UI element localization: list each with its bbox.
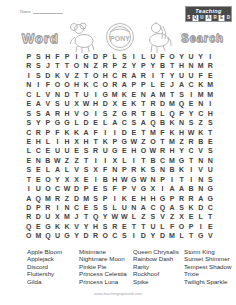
grid-cell[interactable]: D <box>91 52 101 61</box>
grid-cell[interactable]: H <box>91 99 101 108</box>
grid-cell[interactable]: Q <box>43 231 53 240</box>
grid-cell[interactable]: S <box>24 165 34 174</box>
grid-cell[interactable]: S <box>205 118 215 127</box>
grid-cell[interactable]: P <box>129 80 139 89</box>
grid-cell[interactable]: H <box>34 137 44 146</box>
grid-cell[interactable]: M <box>62 212 72 221</box>
grid-cell[interactable]: Y <box>186 109 196 118</box>
grid-cell[interactable]: P <box>177 109 187 118</box>
grid-cell[interactable]: G <box>205 194 215 203</box>
grid-cell[interactable]: L <box>43 137 53 146</box>
grid-cell[interactable]: E <box>34 175 44 184</box>
grid-cell[interactable]: T <box>158 137 168 146</box>
grid-cell[interactable]: K <box>72 128 82 137</box>
grid-cell[interactable]: M <box>167 137 177 146</box>
grid-cell[interactable]: E <box>158 80 168 89</box>
grid-cell[interactable]: X <box>62 175 72 184</box>
grid-cell[interactable]: E <box>120 99 130 108</box>
grid-cell[interactable]: Y <box>100 212 110 221</box>
grid-cell[interactable]: Y <box>34 118 44 127</box>
grid-cell[interactable]: S <box>129 118 139 127</box>
grid-cell[interactable]: F <box>110 184 120 193</box>
grid-cell[interactable]: A <box>167 184 177 193</box>
grid-cell[interactable]: I <box>91 156 101 165</box>
grid-cell[interactable]: E <box>186 99 196 108</box>
grid-cell[interactable]: K <box>167 118 177 127</box>
grid-cell[interactable]: G <box>100 90 110 99</box>
grid-cell[interactable]: T <box>186 231 196 240</box>
grid-cell[interactable]: M <box>196 90 206 99</box>
grid-cell[interactable]: P <box>34 203 44 212</box>
grid-cell[interactable]: D <box>158 99 168 108</box>
grid-cell[interactable]: G <box>62 118 72 127</box>
grid-cell[interactable]: H <box>177 61 187 70</box>
grid-cell[interactable]: O <box>62 80 72 89</box>
grid-cell[interactable]: L <box>43 165 53 174</box>
grid-cell[interactable]: P <box>110 137 120 146</box>
grid-cell[interactable]: H <box>205 109 215 118</box>
grid-cell[interactable]: L <box>129 212 139 221</box>
grid-cell[interactable]: P <box>81 184 91 193</box>
grid-cell[interactable]: K <box>129 99 139 108</box>
grid-cell[interactable]: E <box>205 71 215 80</box>
grid-cell[interactable]: Q <box>177 99 187 108</box>
grid-cell[interactable]: A <box>177 184 187 193</box>
grid-cell[interactable]: R <box>43 203 53 212</box>
grid-cell[interactable]: Y <box>129 61 139 70</box>
grid-cell[interactable]: S <box>91 203 101 212</box>
grid-cell[interactable]: U <box>186 52 196 61</box>
grid-cell[interactable]: C <box>34 146 44 155</box>
grid-cell[interactable]: J <box>43 61 53 70</box>
grid-cell[interactable]: M <box>167 99 177 108</box>
grid-cell[interactable]: T <box>205 212 215 221</box>
grid-cell[interactable]: C <box>158 156 168 165</box>
grid-cell[interactable]: O <box>72 61 82 70</box>
grid-cell[interactable]: Y <box>177 146 187 155</box>
grid-cell[interactable]: H <box>62 109 72 118</box>
grid-cell[interactable]: N <box>196 99 206 108</box>
grid-cell[interactable]: P <box>139 61 149 70</box>
grid-cell[interactable]: Q <box>167 109 177 118</box>
grid-cell[interactable]: M <box>81 194 91 203</box>
grid-cell[interactable]: S <box>34 52 44 61</box>
grid-cell[interactable]: B <box>148 156 158 165</box>
grid-cell[interactable]: C <box>120 118 130 127</box>
grid-cell[interactable]: O <box>24 231 34 240</box>
grid-cell[interactable]: M <box>43 194 53 203</box>
grid-cell[interactable]: N <box>196 184 206 193</box>
grid-cell[interactable]: S <box>34 71 44 80</box>
grid-cell[interactable]: U <box>205 165 215 174</box>
grid-cell[interactable]: Q <box>34 194 44 203</box>
grid-cell[interactable]: S <box>100 109 110 118</box>
grid-cell[interactable]: W <box>148 146 158 155</box>
grid-cell[interactable]: A <box>34 99 44 108</box>
grid-cell[interactable]: T <box>167 61 177 70</box>
grid-cell[interactable]: L <box>34 90 44 99</box>
grid-cell[interactable]: V <box>72 222 82 231</box>
grid-cell[interactable]: G <box>43 222 53 231</box>
grid-cell[interactable]: G <box>139 184 149 193</box>
grid-cell[interactable]: S <box>24 109 34 118</box>
grid-cell[interactable]: U <box>53 146 63 155</box>
grid-cell[interactable]: T <box>81 71 91 80</box>
grid-cell[interactable]: C <box>186 146 196 155</box>
grid-cell[interactable]: R <box>186 137 196 146</box>
grid-cell[interactable]: F <box>196 71 206 80</box>
grid-cell[interactable]: O <box>81 109 91 118</box>
grid-cell[interactable]: B <box>186 184 196 193</box>
grid-cell[interactable]: C <box>24 90 34 99</box>
grid-cell[interactable]: K <box>81 80 91 89</box>
grid-cell[interactable]: P <box>100 194 110 203</box>
grid-cell[interactable]: R <box>158 146 168 155</box>
grid-cell[interactable]: M <box>110 90 120 99</box>
grid-cell[interactable]: R <box>186 194 196 203</box>
grid-cell[interactable]: W <box>120 212 130 221</box>
grid-cell[interactable]: U <box>62 146 72 155</box>
grid-cell[interactable]: F <box>158 128 168 137</box>
grid-cell[interactable]: N <box>34 156 44 165</box>
grid-cell[interactable]: I <box>186 175 196 184</box>
grid-cell[interactable]: U <box>34 184 44 193</box>
grid-cell[interactable]: F <box>158 52 168 61</box>
grid-cell[interactable]: P <box>24 52 34 61</box>
grid-cell[interactable]: I <box>53 203 63 212</box>
grid-cell[interactable]: F <box>91 128 101 137</box>
grid-cell[interactable]: T <box>81 212 91 221</box>
grid-cell[interactable]: K <box>139 165 149 174</box>
grid-cell[interactable]: E <box>91 184 101 193</box>
grid-cell[interactable]: V <box>205 231 215 240</box>
grid-cell[interactable]: M <box>205 90 215 99</box>
grid-cell[interactable]: D <box>43 71 53 80</box>
grid-cell[interactable]: I <box>53 137 63 146</box>
grid-cell[interactable]: N <box>196 175 206 184</box>
grid-cell[interactable]: V <box>72 165 82 174</box>
grid-cell[interactable]: H <box>100 71 110 80</box>
grid-cell[interactable]: Y <box>81 222 91 231</box>
grid-cell[interactable]: O <box>53 80 63 89</box>
grid-cell[interactable]: Z <box>110 109 120 118</box>
grid-cell[interactable]: W <box>110 212 120 221</box>
grid-cell[interactable]: R <box>91 146 101 155</box>
grid-cell[interactable]: Z <box>177 137 187 146</box>
grid-cell[interactable]: W <box>120 175 130 184</box>
grid-cell[interactable]: T <box>186 156 196 165</box>
grid-cell[interactable]: N <box>53 90 63 99</box>
grid-cell[interactable]: E <box>129 90 139 99</box>
grid-cell[interactable]: W <box>139 175 149 184</box>
grid-cell[interactable]: V <box>196 165 206 174</box>
grid-cell[interactable]: O <box>43 184 53 193</box>
grid-cell[interactable]: X <box>72 99 82 108</box>
grid-cell[interactable]: D <box>158 231 168 240</box>
grid-cell[interactable]: X <box>53 212 63 221</box>
grid-cell[interactable]: B <box>43 156 53 165</box>
grid-cell[interactable]: O <box>100 80 110 89</box>
grid-cell[interactable]: H <box>110 175 120 184</box>
grid-cell[interactable]: I <box>129 156 139 165</box>
grid-cell[interactable]: N <box>205 156 215 165</box>
grid-cell[interactable]: G <box>158 194 168 203</box>
grid-cell[interactable]: P <box>158 175 168 184</box>
grid-cell[interactable]: V <box>72 109 82 118</box>
grid-cell[interactable]: T <box>139 222 149 231</box>
grid-cell[interactable]: D <box>62 90 72 99</box>
grid-cell[interactable]: P <box>139 80 149 89</box>
grid-cell[interactable]: B <box>196 137 206 146</box>
grid-cell[interactable]: D <box>100 99 110 108</box>
grid-cell[interactable]: I <box>196 222 206 231</box>
grid-cell[interactable]: L <box>148 80 158 89</box>
grid-cell[interactable]: I <box>91 175 101 184</box>
grid-cell[interactable]: N <box>24 80 34 89</box>
grid-cell[interactable]: R <box>129 165 139 174</box>
grid-cell[interactable]: S <box>100 203 110 212</box>
grid-cell[interactable]: T <box>139 128 149 137</box>
grid-cell[interactable]: Y <box>196 52 206 61</box>
grid-cell[interactable]: Y <box>148 61 158 70</box>
grid-cell[interactable]: G <box>177 156 187 165</box>
grid-cell[interactable]: E <box>72 146 82 155</box>
grid-cell[interactable]: A <box>148 90 158 99</box>
grid-cell[interactable]: Z <box>196 118 206 127</box>
grid-cell[interactable]: L <box>100 118 110 127</box>
grid-cell[interactable]: R <box>34 128 44 137</box>
grid-cell[interactable]: I <box>24 71 34 80</box>
grid-cell[interactable]: I <box>110 194 120 203</box>
grid-cell[interactable]: E <box>120 222 130 231</box>
grid-cell[interactable]: R <box>24 212 34 221</box>
grid-cell[interactable]: P <box>43 118 53 127</box>
grid-cell[interactable]: Y <box>167 71 177 80</box>
grid-cell[interactable]: A <box>196 194 206 203</box>
grid-cell[interactable]: B <box>158 118 168 127</box>
grid-cell[interactable]: A <box>139 118 149 127</box>
grid-cell[interactable]: L <box>177 231 187 240</box>
grid-cell[interactable]: B <box>148 109 158 118</box>
grid-cell[interactable]: B <box>167 165 177 174</box>
grid-cell[interactable]: Z <box>139 137 149 146</box>
grid-cell[interactable]: S <box>81 165 91 174</box>
grid-cell[interactable]: I <box>186 165 196 174</box>
grid-cell[interactable]: S <box>120 231 130 240</box>
grid-cell[interactable]: U <box>177 71 187 80</box>
grid-cell[interactable]: Q <box>91 212 101 221</box>
grid-cell[interactable]: U <box>148 52 158 61</box>
grid-cell[interactable]: L <box>139 52 149 61</box>
grid-cell[interactable]: O <box>148 137 158 146</box>
grid-cell[interactable]: A <box>24 194 34 203</box>
grid-cell[interactable]: T <box>91 137 101 146</box>
grid-cell[interactable]: R <box>91 231 101 240</box>
grid-cell[interactable]: I <box>100 156 110 165</box>
grid-cell[interactable]: G <box>81 52 91 61</box>
grid-cell[interactable]: C <box>196 109 206 118</box>
grid-cell[interactable]: P <box>100 52 110 61</box>
grid-cell[interactable]: D <box>196 203 206 212</box>
grid-cell[interactable]: L <box>62 165 72 174</box>
grid-cell[interactable]: H <box>148 194 158 203</box>
grid-cell[interactable]: I <box>100 128 110 137</box>
grid-cell[interactable]: I <box>129 231 139 240</box>
grid-cell[interactable]: K <box>120 194 130 203</box>
grid-cell[interactable]: Y <box>177 52 187 61</box>
grid-cell[interactable]: W <box>129 137 139 146</box>
grid-cell[interactable]: U <box>62 99 72 108</box>
grid-cell[interactable]: V <box>43 90 53 99</box>
grid-cell[interactable]: A <box>120 80 130 89</box>
grid-cell[interactable]: I <box>24 184 34 193</box>
grid-cell[interactable]: D <box>81 231 91 240</box>
grid-cell[interactable]: I <box>91 109 101 118</box>
grid-cell[interactable]: I <box>72 52 82 61</box>
grid-cell[interactable]: V <box>129 184 139 193</box>
grid-cell[interactable]: C <box>148 203 158 212</box>
grid-cell[interactable]: X <box>72 175 82 184</box>
grid-cell[interactable]: N <box>129 203 139 212</box>
grid-cell[interactable]: H <box>72 80 82 89</box>
grid-cell[interactable]: P <box>120 184 130 193</box>
grid-cell[interactable]: S <box>120 52 130 61</box>
grid-cell[interactable]: U <box>43 212 53 221</box>
grid-cell[interactable]: T <box>139 109 149 118</box>
grid-cell[interactable]: R <box>120 71 130 80</box>
grid-cell[interactable]: S <box>177 90 187 99</box>
grid-cell[interactable]: G <box>196 231 206 240</box>
grid-cell[interactable]: K <box>62 128 72 137</box>
grid-cell[interactable]: Z <box>72 71 82 80</box>
grid-cell[interactable]: N <box>62 203 72 212</box>
grid-cell[interactable]: K <box>177 165 187 174</box>
grid-cell[interactable]: R <box>205 61 215 70</box>
grid-cell[interactable]: F <box>53 52 63 61</box>
grid-cell[interactable]: E <box>120 146 130 155</box>
grid-cell[interactable]: C <box>110 71 120 80</box>
grid-cell[interactable]: N <box>158 165 168 174</box>
grid-cell[interactable]: F <box>43 80 53 89</box>
grid-cell[interactable]: D <box>72 184 82 193</box>
grid-cell[interactable]: E <box>34 165 44 174</box>
grid-cell[interactable]: A <box>129 71 139 80</box>
grid-cell[interactable]: W <box>186 128 196 137</box>
grid-cell[interactable]: L <box>120 156 130 165</box>
grid-cell[interactable]: R <box>53 194 63 203</box>
grid-cell[interactable]: L <box>196 212 206 221</box>
grid-cell[interactable]: N <box>81 61 91 70</box>
grid-cell[interactable]: C <box>110 231 120 240</box>
grid-cell[interactable]: X <box>72 137 82 146</box>
grid-cell[interactable]: S <box>34 109 44 118</box>
grid-cell[interactable]: E <box>91 118 101 127</box>
grid-cell[interactable]: N <box>110 165 120 174</box>
grid-cell[interactable]: J <box>72 212 82 221</box>
grid-cell[interactable]: X <box>110 156 120 165</box>
grid-cell[interactable]: K <box>196 128 206 137</box>
grid-cell[interactable]: E <box>205 222 215 231</box>
grid-cell[interactable]: A <box>167 203 177 212</box>
grid-cell[interactable]: A <box>177 80 187 89</box>
grid-cell[interactable]: I <box>129 52 139 61</box>
grid-cell[interactable]: Z <box>62 156 72 165</box>
grid-cell[interactable]: U <box>100 146 110 155</box>
grid-cell[interactable]: I <box>34 80 44 89</box>
grid-cell[interactable]: E <box>34 222 44 231</box>
grid-cell[interactable]: Z <box>167 212 177 221</box>
grid-cell[interactable]: H <box>62 137 72 146</box>
grid-cell[interactable]: U <box>53 231 63 240</box>
grid-cell[interactable]: T <box>81 156 91 165</box>
grid-cell[interactable]: T <box>158 71 168 80</box>
grid-cell[interactable]: H <box>167 146 177 155</box>
grid-cell[interactable]: W <box>53 156 63 165</box>
grid-cell[interactable]: S <box>205 146 215 155</box>
grid-cell[interactable]: U <box>81 90 91 99</box>
grid-cell[interactable]: A <box>43 109 53 118</box>
grid-cell[interactable]: G <box>129 175 139 184</box>
grid-cell[interactable]: K <box>186 203 196 212</box>
grid-cell[interactable]: H <box>81 137 91 146</box>
grid-cell[interactable]: C <box>53 184 63 193</box>
grid-cell[interactable]: P <box>110 61 120 70</box>
grid-cell[interactable]: U <box>186 71 196 80</box>
grid-cell[interactable]: K <box>120 90 130 99</box>
grid-cell[interactable]: O <box>43 175 53 184</box>
grid-cell[interactable]: S <box>148 212 158 221</box>
grid-cell[interactable]: K <box>167 128 177 137</box>
grid-cell[interactable]: Z <box>72 156 82 165</box>
name-input-line[interactable] <box>33 9 63 14</box>
grid-cell[interactable]: G <box>120 109 130 118</box>
grid-cell[interactable]: C <box>205 203 215 212</box>
grid-cell[interactable]: S <box>100 222 110 231</box>
grid-cell[interactable]: O <box>177 222 187 231</box>
grid-cell[interactable]: L <box>24 146 34 155</box>
grid-cell[interactable]: R <box>24 61 34 70</box>
grid-cell[interactable]: S <box>148 165 158 174</box>
grid-cell[interactable]: S <box>53 99 63 108</box>
grid-cell[interactable]: T <box>139 99 149 108</box>
grid-cell[interactable]: D <box>139 231 149 240</box>
grid-cell[interactable]: L <box>110 203 120 212</box>
grid-cell[interactable]: I <box>110 128 120 137</box>
grid-cell[interactable]: M <box>167 156 177 165</box>
grid-cell[interactable]: T <box>205 128 215 137</box>
grid-cell[interactable]: T <box>72 90 82 99</box>
grid-cell[interactable]: A <box>53 165 63 174</box>
grid-cell[interactable]: P <box>167 194 177 203</box>
grid-cell[interactable]: M <box>205 80 215 89</box>
grid-cell[interactable]: Z <box>120 61 130 70</box>
grid-cell[interactable]: O <box>167 52 177 61</box>
grid-cell[interactable]: H <box>139 194 149 203</box>
grid-cell[interactable]: E <box>24 99 34 108</box>
grid-cell[interactable]: Y <box>148 231 158 240</box>
grid-cell[interactable]: E <box>43 146 53 155</box>
grid-cell[interactable]: A <box>139 203 149 212</box>
grid-cell[interactable]: B <box>158 61 168 70</box>
grid-cell[interactable]: X <box>148 184 158 193</box>
grid-cell[interactable]: T <box>177 175 187 184</box>
grid-cell[interactable]: D <box>81 118 91 127</box>
grid-cell[interactable]: C <box>72 203 82 212</box>
grid-cell[interactable]: T <box>62 61 72 70</box>
grid-cell[interactable]: W <box>81 99 91 108</box>
grid-cell[interactable]: T <box>53 61 63 70</box>
grid-cell[interactable]: E <box>129 194 139 203</box>
